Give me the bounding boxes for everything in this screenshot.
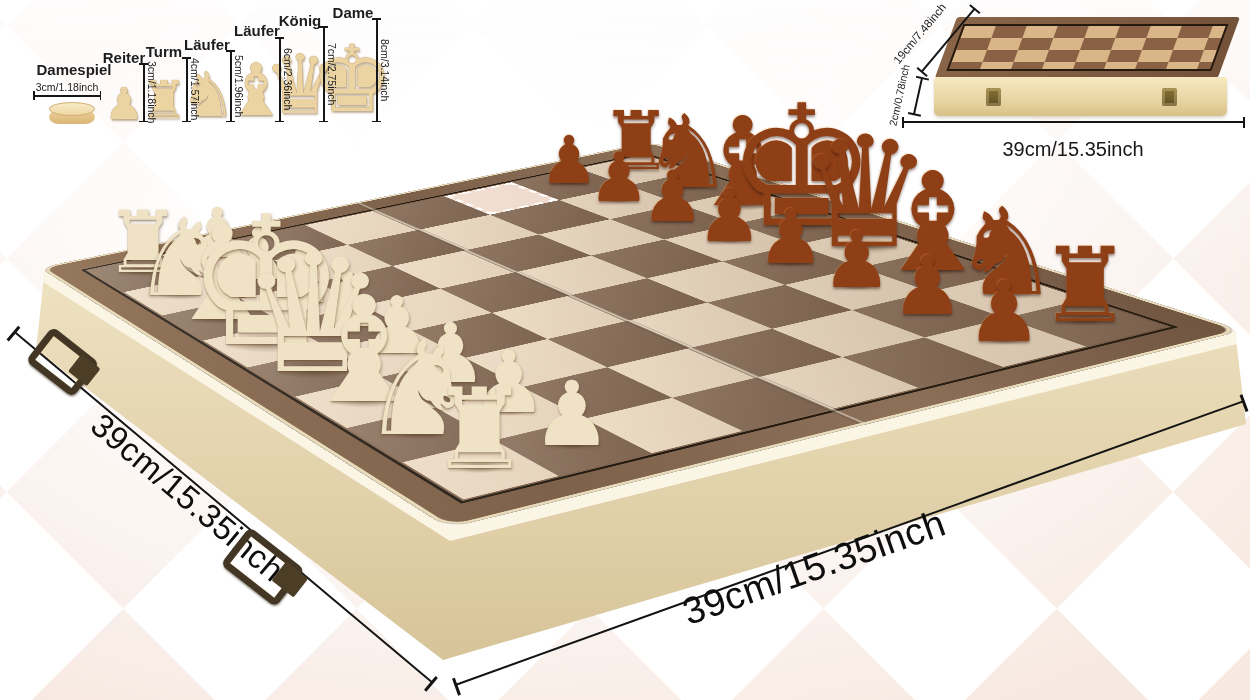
- box-width-label: 39cm/15.35inch: [953, 138, 1193, 161]
- box-front-face: [934, 77, 1227, 116]
- box-clasp-left: [986, 88, 1001, 106]
- folded-box-diagram: 19cm/7.48inch 2cm/0.78inch 39cm/15.35inc…: [0, 0, 1250, 700]
- box-checkerboard: [946, 24, 1228, 71]
- box-width-line: [903, 121, 1244, 123]
- product-photo-canvas: Damespiel Reiter Turm Läufer Läufer Köni…: [0, 0, 1250, 700]
- box-clasp-right: [1162, 88, 1177, 106]
- box-top-face: [935, 17, 1240, 78]
